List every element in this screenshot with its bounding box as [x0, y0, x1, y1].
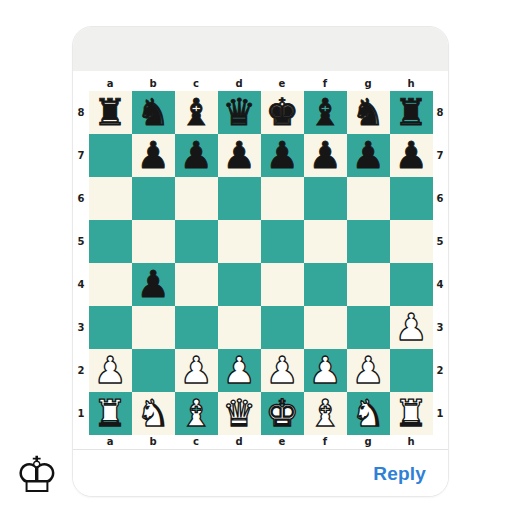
rank-label-left-1: 1 [74, 392, 89, 435]
square-c3 [175, 306, 218, 349]
rank-label-left-3: 3 [74, 306, 89, 349]
square-g2: ♟ [347, 349, 390, 392]
square-f7: ♟ [304, 134, 347, 177]
square-f6 [304, 177, 347, 220]
piece-white-queen: ♛ [222, 392, 255, 435]
file-label-c: c [175, 435, 218, 449]
piece-black-pawn: ♟ [136, 263, 169, 306]
square-e5 [261, 220, 304, 263]
square-g1: ♞ [347, 392, 390, 435]
square-e2: ♟ [261, 349, 304, 392]
square-a4 [89, 263, 132, 306]
square-c8: ♝ [175, 91, 218, 134]
square-a7 [89, 134, 132, 177]
square-e3 [261, 306, 304, 349]
square-f4 [304, 263, 347, 306]
square-g3 [347, 306, 390, 349]
piece-white-knight: ♞ [136, 392, 169, 435]
square-d1: ♛ [218, 392, 261, 435]
square-d2: ♟ [218, 349, 261, 392]
square-h3: ♟ [390, 306, 433, 349]
rank-label-left-2: 2 [74, 349, 89, 392]
card-header [73, 27, 448, 71]
rank-label-left-8: 8 [74, 91, 89, 134]
square-a5 [89, 220, 132, 263]
square-a2: ♟ [89, 349, 132, 392]
file-label-h: h [390, 71, 433, 91]
square-h1: ♜ [390, 392, 433, 435]
square-e4 [261, 263, 304, 306]
rank-label-right-8: 8 [433, 91, 448, 134]
piece-white-pawn: ♟ [351, 349, 384, 392]
square-f5 [304, 220, 347, 263]
corner-spacer [74, 71, 89, 91]
corner-spacer [74, 435, 89, 449]
file-label-e: e [261, 435, 304, 449]
square-b6 [132, 177, 175, 220]
corner-spacer [433, 71, 448, 91]
square-d4 [218, 263, 261, 306]
file-label-a: a [89, 71, 132, 91]
chess-board[interactable]: abcdefgh8♜♞♝♛♚♝♞♜87♟♟♟♟♟♟♟766554♟43♟32♟♟… [73, 71, 448, 449]
piece-white-rook: ♜ [93, 392, 126, 435]
file-label-d: d [218, 435, 261, 449]
rank-label-left-4: 4 [74, 263, 89, 306]
white-king-avatar-icon: ♔ [11, 447, 63, 503]
square-g8: ♞ [347, 91, 390, 134]
square-f1: ♝ [304, 392, 347, 435]
square-h6 [390, 177, 433, 220]
square-a3 [89, 306, 132, 349]
square-g7: ♟ [347, 134, 390, 177]
square-d8: ♛ [218, 91, 261, 134]
square-h7: ♟ [390, 134, 433, 177]
square-b4: ♟ [132, 263, 175, 306]
piece-black-pawn: ♟ [394, 134, 427, 177]
square-b7: ♟ [132, 134, 175, 177]
file-label-g: g [347, 435, 390, 449]
square-b8: ♞ [132, 91, 175, 134]
rank-label-left-7: 7 [74, 134, 89, 177]
rank-label-left-6: 6 [74, 177, 89, 220]
file-label-d: d [218, 71, 261, 91]
file-label-e: e [261, 71, 304, 91]
piece-white-pawn: ♟ [93, 349, 126, 392]
file-label-a: a [89, 435, 132, 449]
square-e1: ♚ [261, 392, 304, 435]
piece-black-queen: ♛ [222, 91, 255, 134]
square-h4 [390, 263, 433, 306]
rank-label-left-5: 5 [74, 220, 89, 263]
square-c7: ♟ [175, 134, 218, 177]
piece-white-bishop: ♝ [308, 392, 341, 435]
square-b2 [132, 349, 175, 392]
piece-white-pawn: ♟ [179, 349, 212, 392]
square-c4 [175, 263, 218, 306]
chess-screenshot-card[interactable]: abcdefgh8♜♞♝♛♚♝♞♜87♟♟♟♟♟♟♟766554♟43♟32♟♟… [72, 26, 449, 497]
square-e6 [261, 177, 304, 220]
square-h8: ♜ [390, 91, 433, 134]
square-g5 [347, 220, 390, 263]
piece-black-pawn: ♟ [308, 134, 341, 177]
rank-label-right-2: 2 [433, 349, 448, 392]
piece-black-bishop: ♝ [179, 91, 212, 134]
rank-label-right-4: 4 [433, 263, 448, 306]
rank-label-right-7: 7 [433, 134, 448, 177]
square-c2: ♟ [175, 349, 218, 392]
piece-black-knight: ♞ [136, 91, 169, 134]
square-a1: ♜ [89, 392, 132, 435]
piece-black-knight: ♞ [351, 91, 384, 134]
file-label-f: f [304, 71, 347, 91]
file-label-c: c [175, 71, 218, 91]
piece-black-pawn: ♟ [222, 134, 255, 177]
piece-black-pawn: ♟ [351, 134, 384, 177]
square-a8: ♜ [89, 91, 132, 134]
reply-footer: Reply [73, 450, 448, 497]
piece-white-pawn: ♟ [265, 349, 298, 392]
square-d7: ♟ [218, 134, 261, 177]
square-b5 [132, 220, 175, 263]
square-g4 [347, 263, 390, 306]
square-g6 [347, 177, 390, 220]
file-label-g: g [347, 71, 390, 91]
square-f8: ♝ [304, 91, 347, 134]
square-c6 [175, 177, 218, 220]
reply-button[interactable]: Reply [373, 463, 426, 485]
piece-white-pawn: ♟ [308, 349, 341, 392]
piece-black-pawn: ♟ [136, 134, 169, 177]
file-label-f: f [304, 435, 347, 449]
file-label-b: b [132, 435, 175, 449]
square-d6 [218, 177, 261, 220]
piece-black-king: ♚ [265, 91, 298, 134]
square-h2 [390, 349, 433, 392]
square-c1: ♝ [175, 392, 218, 435]
piece-white-knight: ♞ [351, 392, 384, 435]
piece-black-rook: ♜ [93, 91, 126, 134]
piece-black-pawn: ♟ [179, 134, 212, 177]
piece-white-pawn: ♟ [222, 349, 255, 392]
piece-white-rook: ♜ [394, 392, 427, 435]
rank-label-right-5: 5 [433, 220, 448, 263]
square-f2: ♟ [304, 349, 347, 392]
board-grid: abcdefgh8♜♞♝♛♚♝♞♜87♟♟♟♟♟♟♟766554♟43♟32♟♟… [74, 71, 448, 449]
piece-black-pawn: ♟ [265, 134, 298, 177]
square-c5 [175, 220, 218, 263]
square-f3 [304, 306, 347, 349]
square-e7: ♟ [261, 134, 304, 177]
piece-white-bishop: ♝ [179, 392, 212, 435]
square-e8: ♚ [261, 91, 304, 134]
square-b1: ♞ [132, 392, 175, 435]
file-label-h: h [390, 435, 433, 449]
rank-label-right-1: 1 [433, 392, 448, 435]
piece-white-pawn: ♟ [394, 306, 427, 349]
file-label-b: b [132, 71, 175, 91]
corner-spacer [433, 435, 448, 449]
piece-white-king: ♚ [265, 392, 298, 435]
piece-black-bishop: ♝ [308, 91, 341, 134]
square-a6 [89, 177, 132, 220]
piece-black-rook: ♜ [394, 91, 427, 134]
square-d5 [218, 220, 261, 263]
square-b3 [132, 306, 175, 349]
square-d3 [218, 306, 261, 349]
square-h5 [390, 220, 433, 263]
rank-label-right-6: 6 [433, 177, 448, 220]
rank-label-right-3: 3 [433, 306, 448, 349]
